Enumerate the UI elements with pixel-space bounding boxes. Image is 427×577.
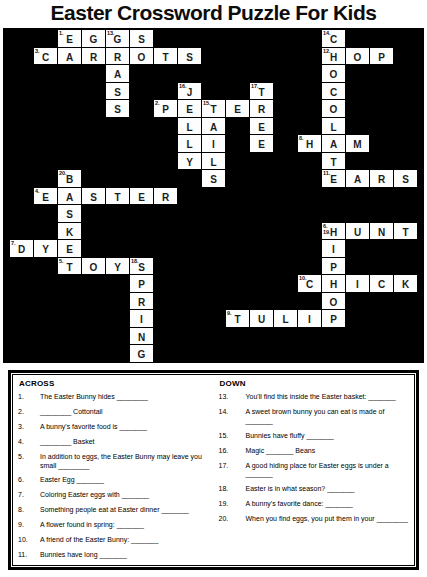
grid-cell: T xyxy=(105,187,130,206)
grid-cell: L xyxy=(177,117,202,136)
clue-item-text: Something people eat at Easter dinner __… xyxy=(40,506,209,515)
clue-item-number: 3. xyxy=(18,423,40,432)
grid-cell: K xyxy=(393,274,418,293)
clue-item-number: 15. xyxy=(219,432,246,441)
cell-letter: O xyxy=(346,52,369,63)
clue-item-text: Bunnies have long _______ xyxy=(40,551,209,560)
grid-cell: L xyxy=(273,309,298,328)
clue-item-number: 4. xyxy=(18,438,40,447)
grid-cell: 2.P xyxy=(153,99,178,118)
clue-item-number: 14. xyxy=(219,408,246,417)
grid-cell: A xyxy=(57,187,82,206)
cell-letter: A xyxy=(106,69,129,80)
clue-item-number: 1. xyxy=(18,393,40,402)
grid-cell: T xyxy=(321,152,346,171)
clue-item-number: 9. xyxy=(18,521,40,530)
grid-cell: S xyxy=(201,169,226,188)
clue-item-text: In addition to eggs, the Easter Bunny ma… xyxy=(40,453,209,471)
clue-item: 10.A friend of the Easter Bunny: _______ xyxy=(18,536,209,545)
clues-inner: ACROSS 1.The Easter Bunny hides ________… xyxy=(12,374,415,566)
cell-letter: A xyxy=(346,174,369,185)
cell-letter: O xyxy=(322,297,345,308)
grid-cell: 12.H xyxy=(321,47,346,66)
clue-item-text: ________ Basket xyxy=(40,438,209,447)
clue-item: 14.A sweet brown bunny you can eat is ma… xyxy=(219,408,410,426)
clue-item-number: 7. xyxy=(18,491,40,500)
cell-letter: Y xyxy=(106,262,129,273)
grid-cell: Y xyxy=(33,239,58,258)
cell-letter: S xyxy=(106,104,129,115)
cell-letter: T xyxy=(202,104,225,115)
cell-letter: T xyxy=(226,314,249,325)
cell-letter: H xyxy=(298,139,321,150)
grid-cell: S xyxy=(81,187,106,206)
down-header: DOWN xyxy=(220,379,410,388)
cell-letter: S xyxy=(82,192,105,203)
grid-cell: U xyxy=(345,222,370,241)
clue-item: 9.A flower found in spring: _______ xyxy=(18,521,209,530)
grid-cell: O xyxy=(321,292,346,311)
cell-letter: A xyxy=(58,52,81,63)
grid-cell: I xyxy=(129,309,154,328)
grid-cell: 8.H xyxy=(297,134,322,153)
grid-cell: P xyxy=(321,257,346,276)
cell-letter: L xyxy=(322,122,345,133)
cell-letter: T xyxy=(106,192,129,203)
clue-item-text: A friend of the Easter Bunny: _______ xyxy=(40,536,209,545)
grid-cell: O xyxy=(129,47,154,66)
cell-letter: A xyxy=(322,139,345,150)
clue-item: 1.The Easter Bunny hides ________ xyxy=(18,393,209,402)
page-title: Easter Crossword Puzzle For Kids xyxy=(0,0,427,28)
cell-letter: S xyxy=(130,262,153,273)
grid-cell: C xyxy=(369,274,394,293)
grid-cell: T xyxy=(393,222,418,241)
clue-item-text: You'll find this inside the Easter baske… xyxy=(246,393,410,402)
cell-letter: S xyxy=(202,174,225,185)
cell-letter: E xyxy=(178,104,201,115)
cell-letter: R xyxy=(370,174,393,185)
grid-cell: L xyxy=(321,117,346,136)
grid-cell: E xyxy=(225,99,250,118)
cell-letter: G xyxy=(106,34,129,45)
cell-letter: P xyxy=(370,52,393,63)
clue-item-text: A good hiding place for Easter eggs is u… xyxy=(246,462,410,480)
clue-item: 5.In addition to eggs, the Easter Bunny … xyxy=(18,453,209,471)
cell-letter: P xyxy=(130,279,153,290)
cell-letter: C xyxy=(370,279,393,290)
cell-letter: E xyxy=(250,139,273,150)
grid-cell: 1.E xyxy=(57,29,82,48)
grid-cell: 5.T xyxy=(57,257,82,276)
clue-item-text: A bunny's favorite dance: _______ xyxy=(246,500,410,509)
crossword-board: 1.EG13.GS14.C3.CARROTS12.HOPAOS16.J17.TC… xyxy=(3,28,424,363)
grid-cell: C xyxy=(321,82,346,101)
grid-cell: T xyxy=(153,47,178,66)
grid-cell: P xyxy=(129,274,154,293)
grid-cell: I xyxy=(297,309,322,328)
grid-cell: 13.G xyxy=(105,29,130,48)
clue-item-number: 19. xyxy=(219,500,246,509)
grid-cell: K xyxy=(57,222,82,241)
cell-letter: A xyxy=(202,122,225,133)
cell-letter: T xyxy=(394,227,417,238)
clue-item-number: 2. xyxy=(18,408,40,417)
clue-item: 3.A bunny's favorite food is _______ xyxy=(18,423,209,432)
cell-letter: A xyxy=(58,192,81,203)
cell-letter: T xyxy=(58,262,81,273)
grid-cell: L xyxy=(177,134,202,153)
grid-cell: G xyxy=(129,344,154,363)
across-clue-list: 1.The Easter Bunny hides ________2._____… xyxy=(18,393,209,566)
cell-letter: G xyxy=(82,34,105,45)
grid-cell: N xyxy=(129,327,154,346)
cell-letter: K xyxy=(58,227,81,238)
grid-cell: S xyxy=(129,29,154,48)
cell-letter: R xyxy=(154,192,177,203)
grid-cell: 20.B xyxy=(57,169,82,188)
clue-item-number: 11. xyxy=(18,551,40,560)
cell-letter: I xyxy=(346,279,369,290)
clue-item-text: Magic _______ Beans xyxy=(246,447,410,456)
cell-letter: S xyxy=(130,34,153,45)
grid-cell: S xyxy=(57,204,82,223)
grid-cell: P xyxy=(369,47,394,66)
grid-cell: S xyxy=(393,169,418,188)
cell-letter: S xyxy=(178,52,201,63)
cell-letter: T xyxy=(322,157,345,168)
cell-letter: Y xyxy=(178,157,201,168)
clue-item: 4.________ Basket xyxy=(18,438,209,447)
grid-cell: I xyxy=(321,239,346,258)
grid-cell: N xyxy=(369,222,394,241)
grid-cell: 18.S xyxy=(129,257,154,276)
grid-cell: I xyxy=(345,274,370,293)
cell-letter: E xyxy=(130,192,153,203)
grid-cell: 14.C xyxy=(321,29,346,48)
cell-letter: H xyxy=(322,52,345,63)
grid-cell: 7.D xyxy=(9,239,34,258)
cell-letter: U xyxy=(250,314,273,325)
clue-item: 11.Bunnies have long _______ xyxy=(18,551,209,560)
clue-item-text: When you find eggs, you put them in your… xyxy=(246,515,410,524)
clue-item-number: 13. xyxy=(219,393,246,402)
grid-cell: A xyxy=(321,134,346,153)
down-column: DOWN 13.You'll find this inside the East… xyxy=(219,378,410,566)
grid-cell: 17.T xyxy=(249,82,274,101)
clue-item-number: 18. xyxy=(219,485,246,494)
cell-letter: E xyxy=(322,174,345,185)
cell-letter: R xyxy=(82,52,105,63)
cell-letter: H xyxy=(322,279,345,290)
clue-item-number: 8. xyxy=(18,506,40,515)
clue-item: 20.When you find eggs, you put them in y… xyxy=(219,515,410,524)
cell-letter: R xyxy=(250,104,273,115)
cell-letter: S xyxy=(106,87,129,98)
clue-item: 15.Bunnies have fluffy _______ xyxy=(219,432,410,441)
cell-letter: C xyxy=(34,52,57,63)
clue-item-text: ________ Cottontail xyxy=(40,408,209,417)
clue-item-number: 10. xyxy=(18,536,40,545)
grid-cell: 6. 19.H xyxy=(321,222,346,241)
grid-cell: A xyxy=(57,47,82,66)
grid-cell: M xyxy=(345,134,370,153)
cell-letter: S xyxy=(394,174,417,185)
clue-item-number: 17. xyxy=(219,462,246,471)
cell-letter: D xyxy=(10,244,33,255)
clue-item-number: 20. xyxy=(219,515,246,524)
grid-cell: 11.E xyxy=(321,169,346,188)
clues-box: ACROSS 1.The Easter Bunny hides ________… xyxy=(8,370,419,570)
clue-item-number: 5. xyxy=(18,453,40,462)
grid-cell: E xyxy=(129,187,154,206)
clue-item-number: 16. xyxy=(219,447,246,456)
cell-letter: N xyxy=(370,227,393,238)
clue-item-text: Coloring Easter eggs with _______ xyxy=(40,491,209,500)
grid-cell: O xyxy=(81,257,106,276)
cell-letter: K xyxy=(394,279,417,290)
grid-cell: R xyxy=(105,47,130,66)
clue-item: 17.A good hiding place for Easter eggs i… xyxy=(219,462,410,480)
grid-cell: P xyxy=(321,309,346,328)
cell-letter: B xyxy=(58,174,81,185)
cell-letter: J xyxy=(178,87,201,98)
grid-cell: 15.T xyxy=(201,99,226,118)
grid-cell: 10.C xyxy=(297,274,322,293)
grid-cell: E xyxy=(177,99,202,118)
cell-letter: T xyxy=(154,52,177,63)
cell-letter: R xyxy=(130,297,153,308)
clue-item: 18.Easter is in what season? _______ xyxy=(219,485,410,494)
across-header: ACROSS xyxy=(19,379,209,388)
cell-letter: I xyxy=(322,244,345,255)
grid-cell: R xyxy=(249,99,274,118)
cell-letter: C xyxy=(322,87,345,98)
grid-cell: R xyxy=(369,169,394,188)
clue-item: 16.Magic _______ Beans xyxy=(219,447,410,456)
clue-item: 2.________ Cottontail xyxy=(18,408,209,417)
clue-item-text: A flower found in spring: _______ xyxy=(40,521,209,530)
clue-item: 13.You'll find this inside the Easter ba… xyxy=(219,393,410,402)
cell-letter: E xyxy=(250,122,273,133)
cell-letter: P xyxy=(322,262,345,273)
cell-letter: O xyxy=(322,104,345,115)
cell-letter: E xyxy=(34,192,57,203)
grid-cell: O xyxy=(321,99,346,118)
grid-cell: H xyxy=(321,274,346,293)
grid-cell: 3.C xyxy=(33,47,58,66)
grid-cell: L xyxy=(201,152,226,171)
clue-item-text: The Easter Bunny hides ________ xyxy=(40,393,209,402)
grid-cell: G xyxy=(81,29,106,48)
grid-cell: E xyxy=(57,239,82,258)
clue-item-text: A sweet brown bunny you can eat is made … xyxy=(246,408,410,426)
cell-letter: E xyxy=(58,244,81,255)
cell-letter: E xyxy=(58,34,81,45)
clue-item-number: 6. xyxy=(18,476,40,485)
cell-letter: I xyxy=(202,139,225,150)
grid-cell: 16.J xyxy=(177,82,202,101)
cell-letter: O xyxy=(130,52,153,63)
grid-cell: U xyxy=(249,309,274,328)
cell-letter: H xyxy=(322,227,345,238)
grid-cell: 4.E xyxy=(33,187,58,206)
down-clue-list: 13.You'll find this inside the Easter ba… xyxy=(219,393,410,524)
cell-letter: E xyxy=(226,104,249,115)
cell-letter: U xyxy=(346,227,369,238)
cell-letter: I xyxy=(298,314,321,325)
cell-letter: C xyxy=(298,279,321,290)
cell-letter: L xyxy=(274,314,297,325)
grid-cell: R xyxy=(81,47,106,66)
cell-letter: T xyxy=(250,87,273,98)
cell-letter: L xyxy=(202,157,225,168)
cell-letter: R xyxy=(106,52,129,63)
cell-letter: I xyxy=(130,314,153,325)
grid-cell: Y xyxy=(105,257,130,276)
grid-cell: 9.T xyxy=(225,309,250,328)
grid-cell: R xyxy=(153,187,178,206)
clue-item: 19.A bunny's favorite dance: _______ xyxy=(219,500,410,509)
cell-letter: P xyxy=(322,314,345,325)
clue-item-text: Easter Egg _______ xyxy=(40,476,209,485)
grid-cell: O xyxy=(345,47,370,66)
grid-cell: S xyxy=(105,82,130,101)
grid-cell: Y xyxy=(177,152,202,171)
grid-cell: O xyxy=(321,64,346,83)
grid-cell: I xyxy=(201,134,226,153)
grid-cell: E xyxy=(249,134,274,153)
clue-item-text: Bunnies have fluffy _______ xyxy=(246,432,410,441)
clue-item: 7.Coloring Easter eggs with _______ xyxy=(18,491,209,500)
grid-cell: R xyxy=(129,292,154,311)
clue-item-text: Easter is in what season? _______ xyxy=(246,485,410,494)
clue-item: 6.Easter Egg _______ xyxy=(18,476,209,485)
grid-cell: E xyxy=(249,117,274,136)
cell-letter: L xyxy=(178,139,201,150)
cell-letter: P xyxy=(154,104,177,115)
cell-letter: M xyxy=(346,139,369,150)
cell-letter: Y xyxy=(34,244,57,255)
grid-cell: S xyxy=(105,99,130,118)
across-column: ACROSS 1.The Easter Bunny hides ________… xyxy=(18,378,209,566)
grid-cell: A xyxy=(201,117,226,136)
clue-item-text: A bunny's favorite food is _______ xyxy=(40,423,209,432)
cell-letter: N xyxy=(130,332,153,343)
cell-letter: S xyxy=(58,209,81,220)
cell-letter: G xyxy=(130,349,153,360)
grid-cell: S xyxy=(177,47,202,66)
cell-letter: O xyxy=(82,262,105,273)
cell-letter: C xyxy=(322,34,345,45)
cell-letter: L xyxy=(178,122,201,133)
clue-item: 8.Something people eat at Easter dinner … xyxy=(18,506,209,515)
cell-letter: O xyxy=(322,69,345,80)
grid-cell: A xyxy=(345,169,370,188)
grid-cell: A xyxy=(105,64,130,83)
